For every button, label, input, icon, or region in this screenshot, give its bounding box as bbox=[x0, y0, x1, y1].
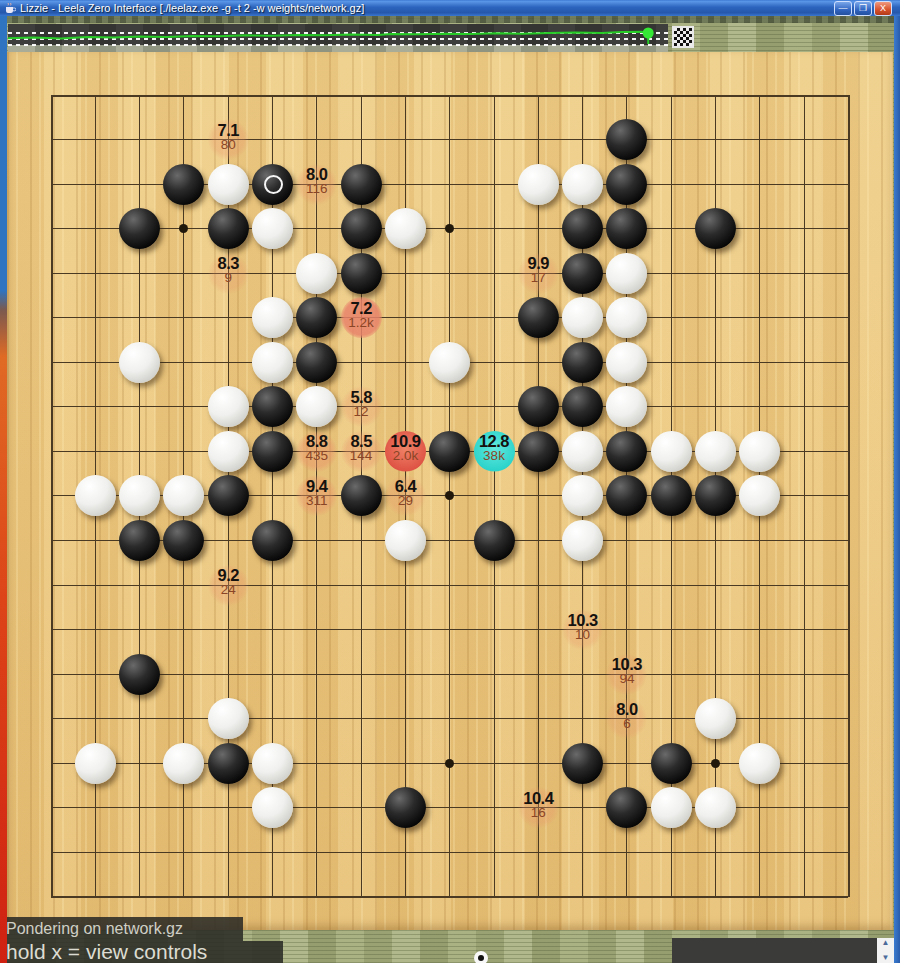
white-stone bbox=[606, 342, 647, 383]
black-stone bbox=[518, 386, 559, 427]
white-stone bbox=[739, 475, 780, 516]
black-stone bbox=[651, 743, 692, 784]
white-stone bbox=[208, 164, 249, 205]
white-stone bbox=[606, 386, 647, 427]
white-stone bbox=[651, 431, 692, 472]
tatami-edge bbox=[0, 16, 900, 23]
white-stone bbox=[606, 253, 647, 294]
grid-horizontal-line bbox=[51, 674, 848, 675]
qr-thumbnail-icon[interactable] bbox=[672, 26, 694, 48]
black-stone bbox=[606, 164, 647, 205]
candidate-move-circle[interactable] bbox=[562, 609, 603, 650]
white-stone bbox=[163, 475, 204, 516]
minimize-button[interactable]: — bbox=[834, 1, 852, 16]
white-stone bbox=[296, 386, 337, 427]
controls-hint: hold x = view controls bbox=[0, 941, 283, 963]
black-stone bbox=[341, 208, 382, 249]
winrate-curve bbox=[8, 24, 668, 52]
java-coffee-icon bbox=[4, 2, 16, 14]
white-stone bbox=[739, 431, 780, 472]
black-stone bbox=[252, 431, 293, 472]
black-stone bbox=[562, 253, 603, 294]
black-stone bbox=[606, 119, 647, 160]
grid-horizontal-line bbox=[51, 629, 848, 630]
black-stone bbox=[341, 475, 382, 516]
right-window-edge bbox=[894, 0, 900, 963]
black-stone bbox=[208, 208, 249, 249]
scroll-down-icon[interactable]: ▼ bbox=[882, 954, 890, 962]
candidate-move-circle[interactable] bbox=[296, 431, 337, 472]
star-point bbox=[445, 224, 454, 233]
black-stone bbox=[252, 386, 293, 427]
white-stone bbox=[208, 431, 249, 472]
candidate-move-circle[interactable] bbox=[385, 431, 426, 472]
black-stone bbox=[518, 297, 559, 338]
white-stone bbox=[429, 342, 470, 383]
white-stone bbox=[119, 475, 160, 516]
black-stone bbox=[296, 297, 337, 338]
candidate-move-circle[interactable] bbox=[518, 253, 559, 294]
candidate-move-circle[interactable] bbox=[474, 431, 515, 472]
black-stone bbox=[606, 475, 647, 516]
white-stone bbox=[252, 787, 293, 828]
candidate-move-circle[interactable] bbox=[341, 431, 382, 472]
black-stone bbox=[341, 253, 382, 294]
white-stone bbox=[252, 342, 293, 383]
black-stone bbox=[606, 431, 647, 472]
white-stone bbox=[562, 431, 603, 472]
restore-button[interactable]: ❐ bbox=[854, 1, 872, 16]
lizzie-window: Lizzie - Leela Zero Interface [./leelaz.… bbox=[0, 0, 900, 963]
last-move-marker bbox=[264, 175, 283, 194]
black-stone bbox=[562, 342, 603, 383]
black-stone bbox=[562, 386, 603, 427]
white-stone bbox=[651, 787, 692, 828]
white-stone bbox=[75, 743, 116, 784]
white-stone bbox=[75, 475, 116, 516]
white-stone bbox=[208, 386, 249, 427]
white-stone bbox=[695, 698, 736, 739]
console-strip bbox=[672, 938, 878, 963]
white-stone bbox=[739, 743, 780, 784]
black-stone bbox=[252, 520, 293, 561]
white-stone bbox=[562, 164, 603, 205]
white-stone bbox=[562, 520, 603, 561]
black-stone bbox=[341, 164, 382, 205]
candidate-move-circle[interactable] bbox=[296, 164, 337, 205]
winrate-graph[interactable] bbox=[8, 24, 668, 52]
grid-horizontal-line bbox=[51, 317, 848, 318]
star-point bbox=[711, 759, 720, 768]
candidate-move-circle[interactable] bbox=[296, 475, 337, 516]
candidate-move-circle[interactable] bbox=[341, 386, 382, 427]
white-stone bbox=[562, 297, 603, 338]
go-board[interactable]: 7.1808.01168.399.9177.21.2k5.8128.84358.… bbox=[7, 52, 893, 930]
white-stone bbox=[208, 698, 249, 739]
candidate-move-circle[interactable] bbox=[341, 297, 382, 338]
grid-horizontal-line bbox=[51, 95, 848, 97]
candidate-move-circle[interactable] bbox=[606, 698, 647, 739]
variation-stone-dot bbox=[474, 951, 488, 963]
white-stone bbox=[252, 208, 293, 249]
white-stone bbox=[252, 297, 293, 338]
close-button[interactable]: X bbox=[874, 1, 892, 16]
grid-horizontal-line bbox=[51, 139, 848, 140]
grid-horizontal-line bbox=[51, 896, 848, 898]
black-stone bbox=[163, 520, 204, 561]
black-stone bbox=[695, 208, 736, 249]
black-stone bbox=[474, 520, 515, 561]
black-stone bbox=[163, 164, 204, 205]
candidate-move-circle[interactable] bbox=[518, 787, 559, 828]
scroll-up-icon[interactable]: ▲ bbox=[882, 939, 890, 947]
black-stone bbox=[119, 520, 160, 561]
white-stone bbox=[606, 297, 647, 338]
titlebar[interactable]: Lizzie - Leela Zero Interface [./leelaz.… bbox=[0, 0, 900, 16]
black-stone bbox=[695, 475, 736, 516]
black-stone bbox=[606, 208, 647, 249]
black-stone bbox=[296, 342, 337, 383]
left-window-edge bbox=[0, 16, 7, 963]
grid-horizontal-line bbox=[51, 273, 848, 274]
white-stone bbox=[562, 475, 603, 516]
white-stone bbox=[252, 743, 293, 784]
star-point bbox=[445, 491, 454, 500]
black-stone bbox=[208, 743, 249, 784]
black-stone bbox=[651, 475, 692, 516]
candidate-move-circle[interactable] bbox=[208, 565, 249, 606]
window-title: Lizzie - Leela Zero Interface [./leelaz.… bbox=[20, 2, 364, 14]
star-point bbox=[179, 224, 188, 233]
mini-scrollbar[interactable]: ▲ ▼ bbox=[877, 938, 894, 963]
white-stone bbox=[385, 520, 426, 561]
grid-horizontal-line bbox=[51, 585, 848, 586]
white-stone bbox=[119, 342, 160, 383]
black-stone bbox=[385, 787, 426, 828]
star-point bbox=[445, 759, 454, 768]
black-stone bbox=[562, 743, 603, 784]
black-stone bbox=[119, 208, 160, 249]
black-stone bbox=[518, 431, 559, 472]
black-stone bbox=[562, 208, 603, 249]
black-stone bbox=[429, 431, 470, 472]
grid-horizontal-line bbox=[51, 852, 848, 853]
white-stone bbox=[695, 431, 736, 472]
white-stone bbox=[296, 253, 337, 294]
candidate-move-circle[interactable] bbox=[208, 253, 249, 294]
candidate-move-circle[interactable] bbox=[606, 654, 647, 695]
black-stone bbox=[119, 654, 160, 695]
pondering-status: Pondering on network.gz bbox=[0, 917, 243, 941]
black-stone bbox=[606, 787, 647, 828]
grid-horizontal-line bbox=[51, 406, 848, 407]
white-stone bbox=[163, 743, 204, 784]
black-stone bbox=[208, 475, 249, 516]
white-stone bbox=[518, 164, 559, 205]
white-stone bbox=[385, 208, 426, 249]
white-stone bbox=[695, 787, 736, 828]
candidate-move-circle[interactable] bbox=[385, 475, 426, 516]
candidate-move-circle[interactable] bbox=[208, 119, 249, 160]
